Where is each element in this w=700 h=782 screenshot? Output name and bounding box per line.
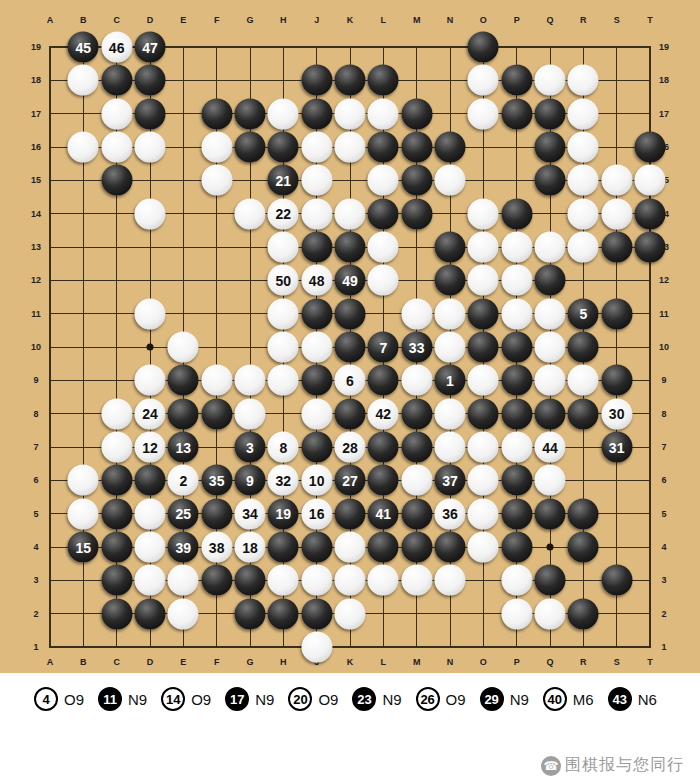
column-label-bottom: F — [214, 657, 220, 667]
column-label-top: G — [246, 15, 253, 25]
move-number-circle: 40 — [543, 687, 567, 711]
column-label-bottom: L — [381, 657, 387, 667]
stone-Q12 — [535, 265, 566, 296]
stone-F3 — [201, 565, 232, 596]
stone-S3 — [601, 565, 632, 596]
column-label-top: O — [480, 15, 487, 25]
grid-line-horizontal — [49, 646, 651, 648]
stone-D18 — [135, 65, 166, 96]
stone-G8 — [235, 398, 266, 429]
stone-R8 — [568, 398, 599, 429]
stone-H6: 32 — [268, 465, 299, 496]
publisher-logo: ☎ 围棋报与您同行 — [541, 755, 684, 776]
stone-S11 — [601, 298, 632, 329]
stone-Q3 — [535, 565, 566, 596]
stone-L6 — [368, 465, 399, 496]
move-number-circle: 43 — [608, 687, 632, 711]
stone-N11 — [435, 298, 466, 329]
stone-P14 — [501, 198, 532, 229]
stone-N4 — [435, 532, 466, 563]
move-number-circle: 29 — [480, 687, 504, 711]
column-label-bottom: E — [180, 657, 186, 667]
row-label-left: 12 — [31, 275, 41, 285]
stone-O6 — [468, 465, 499, 496]
stone-K11 — [335, 298, 366, 329]
move-point-label: N9 — [128, 691, 147, 708]
stone-R17 — [568, 98, 599, 129]
stone-E7: 13 — [168, 432, 199, 463]
stone-P10 — [501, 332, 532, 363]
stone-L3 — [368, 565, 399, 596]
column-label-bottom: D — [147, 657, 154, 667]
row-label-left: 10 — [31, 342, 41, 352]
stone-C8 — [101, 398, 132, 429]
stone-M17 — [401, 98, 432, 129]
stone-L15 — [368, 165, 399, 196]
stone-K9: 6 — [335, 365, 366, 396]
stone-D19: 47 — [135, 32, 166, 63]
column-label-top: L — [381, 15, 387, 25]
move-number-circle: 20 — [288, 687, 312, 711]
stone-H12: 50 — [268, 265, 299, 296]
stone-N10 — [435, 332, 466, 363]
column-label-bottom: C — [113, 657, 120, 667]
stone-D4 — [135, 532, 166, 563]
stone-K14 — [335, 198, 366, 229]
stone-J4 — [301, 532, 332, 563]
stone-O14 — [468, 198, 499, 229]
stone-L8: 42 — [368, 398, 399, 429]
stone-L16 — [368, 132, 399, 163]
column-label-top: E — [180, 15, 186, 25]
stone-J15 — [301, 165, 332, 196]
row-label-left: 4 — [33, 542, 38, 552]
stone-S15 — [601, 165, 632, 196]
stone-M15 — [401, 165, 432, 196]
stone-P6 — [501, 465, 532, 496]
stone-R14 — [568, 198, 599, 229]
stone-J18 — [301, 65, 332, 96]
stone-S14 — [601, 198, 632, 229]
stone-O8 — [468, 398, 499, 429]
stone-H14: 22 — [268, 198, 299, 229]
row-label-right: 9 — [661, 375, 666, 385]
stone-G14 — [235, 198, 266, 229]
stone-G5: 34 — [235, 498, 266, 529]
stone-B6 — [68, 465, 99, 496]
stone-G17 — [235, 98, 266, 129]
stone-H16 — [268, 132, 299, 163]
column-label-top: A — [47, 15, 54, 25]
stone-L14 — [368, 198, 399, 229]
stone-J11 — [301, 298, 332, 329]
stone-S9 — [601, 365, 632, 396]
phone-icon: ☎ — [541, 756, 561, 776]
stone-H4 — [268, 532, 299, 563]
row-label-left: 1 — [33, 642, 38, 652]
row-label-left: 19 — [31, 42, 41, 52]
stone-G7: 3 — [235, 432, 266, 463]
caption-move-entry: 11N9 — [98, 687, 147, 711]
stone-Q8 — [535, 398, 566, 429]
stone-P8 — [501, 398, 532, 429]
stone-J8 — [301, 398, 332, 429]
move-point-label: O9 — [446, 691, 466, 708]
stone-F16 — [201, 132, 232, 163]
stone-K13 — [335, 232, 366, 263]
stone-L17 — [368, 98, 399, 129]
stone-P17 — [501, 98, 532, 129]
move-point-label: N9 — [510, 691, 529, 708]
column-label-bottom: G — [246, 657, 253, 667]
stone-N6: 37 — [435, 465, 466, 496]
move-point-label: N9 — [255, 691, 274, 708]
row-label-right: 17 — [659, 109, 669, 119]
caption-move-entry: 23N9 — [352, 687, 401, 711]
stone-P3 — [501, 565, 532, 596]
star-point — [547, 544, 554, 551]
caption-move-entry: 29N9 — [480, 687, 529, 711]
column-label-top: K — [347, 15, 354, 25]
stone-P18 — [501, 65, 532, 96]
column-label-top: B — [80, 15, 87, 25]
stone-H2 — [268, 598, 299, 629]
star-point — [147, 344, 154, 351]
column-label-top: H — [280, 15, 287, 25]
stone-F17 — [201, 98, 232, 129]
stone-K8 — [335, 398, 366, 429]
stone-N13 — [435, 232, 466, 263]
row-label-left: 8 — [33, 409, 38, 419]
stone-L7 — [368, 432, 399, 463]
stone-M4 — [401, 532, 432, 563]
caption-move-entry: 26O9 — [416, 687, 466, 711]
stone-Q13 — [535, 232, 566, 263]
stone-C4 — [101, 532, 132, 563]
row-label-left: 18 — [31, 75, 41, 85]
stone-P5 — [501, 498, 532, 529]
stone-G9 — [235, 365, 266, 396]
stone-P13 — [501, 232, 532, 263]
row-label-right: 3 — [661, 575, 666, 585]
column-label-bottom: B — [80, 657, 87, 667]
stone-T15 — [635, 165, 666, 196]
column-label-bottom: O — [480, 657, 487, 667]
stone-O7 — [468, 432, 499, 463]
stone-C15 — [101, 165, 132, 196]
stone-P7 — [501, 432, 532, 463]
stone-F6: 35 — [201, 465, 232, 496]
column-label-top: N — [447, 15, 454, 25]
move-number-circle: 17 — [225, 687, 249, 711]
stone-M10: 33 — [401, 332, 432, 363]
stone-O10 — [468, 332, 499, 363]
stone-E8 — [168, 398, 199, 429]
stone-E2 — [168, 598, 199, 629]
stone-J17 — [301, 98, 332, 129]
stone-J12: 48 — [301, 265, 332, 296]
column-label-top: D — [147, 15, 154, 25]
column-label-bottom: H — [280, 657, 287, 667]
stone-D8: 24 — [135, 398, 166, 429]
stone-E5: 25 — [168, 498, 199, 529]
stone-H13 — [268, 232, 299, 263]
stone-H5: 19 — [268, 498, 299, 529]
stone-B18 — [68, 65, 99, 96]
stone-O5 — [468, 498, 499, 529]
row-label-right: 7 — [661, 442, 666, 452]
move-point-label: N9 — [382, 691, 401, 708]
stone-M7 — [401, 432, 432, 463]
stone-J7 — [301, 432, 332, 463]
row-label-left: 11 — [31, 309, 41, 319]
stone-Q17 — [535, 98, 566, 129]
stone-S7: 31 — [601, 432, 632, 463]
stone-P12 — [501, 265, 532, 296]
row-label-left: 9 — [33, 375, 38, 385]
stone-M16 — [401, 132, 432, 163]
stone-C16 — [101, 132, 132, 163]
stone-H11 — [268, 298, 299, 329]
stone-O17 — [468, 98, 499, 129]
stone-L10: 7 — [368, 332, 399, 363]
row-label-right: 5 — [661, 509, 666, 519]
stone-C18 — [101, 65, 132, 96]
stone-S13 — [601, 232, 632, 263]
stone-N3 — [435, 565, 466, 596]
stone-R11: 5 — [568, 298, 599, 329]
stone-E4: 39 — [168, 532, 199, 563]
stone-D17 — [135, 98, 166, 129]
stone-K2 — [335, 598, 366, 629]
stone-C19: 46 — [101, 32, 132, 63]
stone-G16 — [235, 132, 266, 163]
stone-K18 — [335, 65, 366, 96]
row-label-left: 2 — [33, 609, 38, 619]
move-point-label: O9 — [64, 691, 84, 708]
stone-D3 — [135, 565, 166, 596]
caption-move-entry: 43N6 — [608, 687, 657, 711]
stone-D14 — [135, 198, 166, 229]
stone-L12 — [368, 265, 399, 296]
stone-R5 — [568, 498, 599, 529]
stone-L4 — [368, 532, 399, 563]
stone-E6: 2 — [168, 465, 199, 496]
stone-N16 — [435, 132, 466, 163]
move-number-circle: 23 — [352, 687, 376, 711]
stone-T14 — [635, 198, 666, 229]
stone-P9 — [501, 365, 532, 396]
stone-O9 — [468, 365, 499, 396]
column-label-top: T — [647, 15, 653, 25]
caption-move-entry: 4O9 — [34, 687, 84, 711]
column-label-bottom: A — [47, 657, 54, 667]
stone-J2 — [301, 598, 332, 629]
stone-J1 — [301, 632, 332, 663]
column-label-top: P — [514, 15, 520, 25]
row-label-left: 16 — [31, 142, 41, 152]
stone-O12 — [468, 265, 499, 296]
stone-D11 — [135, 298, 166, 329]
stone-S8: 30 — [601, 398, 632, 429]
move-point-label: N6 — [638, 691, 657, 708]
stone-L5: 41 — [368, 498, 399, 529]
stone-M3 — [401, 565, 432, 596]
stone-N9: 1 — [435, 365, 466, 396]
stone-D16 — [135, 132, 166, 163]
stone-J10 — [301, 332, 332, 363]
stone-B16 — [68, 132, 99, 163]
move-number-circle: 14 — [161, 687, 185, 711]
go-diagram-screen: AABBCCDDEEFFGGHHJJKKLLMMNNOOPPQQRRSSTT19… — [0, 0, 700, 782]
ko-moves-caption: 4O911N914O917N920O923N926O929N940M643N6 — [0, 673, 684, 711]
stone-F15 — [201, 165, 232, 196]
stone-R10 — [568, 332, 599, 363]
stone-K12: 49 — [335, 265, 366, 296]
move-number-circle: 4 — [34, 687, 58, 711]
stone-N8 — [435, 398, 466, 429]
move-point-label: M6 — [573, 691, 594, 708]
stone-D9 — [135, 365, 166, 396]
stone-O18 — [468, 65, 499, 96]
stone-F8 — [201, 398, 232, 429]
row-label-left: 15 — [31, 175, 41, 185]
stone-T16 — [635, 132, 666, 163]
column-label-top: F — [214, 15, 220, 25]
stone-F4: 38 — [201, 532, 232, 563]
stone-P4 — [501, 532, 532, 563]
stone-J13 — [301, 232, 332, 263]
row-label-left: 14 — [31, 209, 41, 219]
row-label-right: 1 — [661, 642, 666, 652]
stone-M9 — [401, 365, 432, 396]
move-number-circle: 26 — [416, 687, 440, 711]
stone-J5: 16 — [301, 498, 332, 529]
stone-H17 — [268, 98, 299, 129]
stone-K6: 27 — [335, 465, 366, 496]
stone-D6 — [135, 465, 166, 496]
stone-B5 — [68, 498, 99, 529]
row-label-left: 5 — [33, 509, 38, 519]
caption-move-entry: 17N9 — [225, 687, 274, 711]
stone-R4 — [568, 532, 599, 563]
stone-K10 — [335, 332, 366, 363]
row-label-left: 7 — [33, 442, 38, 452]
column-label-bottom: P — [514, 657, 520, 667]
stone-H15: 21 — [268, 165, 299, 196]
stone-Q11 — [535, 298, 566, 329]
column-label-bottom: N — [447, 657, 454, 667]
column-label-bottom: Q — [546, 657, 553, 667]
column-label-bottom: R — [580, 657, 587, 667]
stone-M6 — [401, 465, 432, 496]
column-label-bottom: K — [347, 657, 354, 667]
caption-move-entry: 40M6 — [543, 687, 594, 711]
stone-G6: 9 — [235, 465, 266, 496]
stone-J6: 10 — [301, 465, 332, 496]
stone-J16 — [301, 132, 332, 163]
row-label-right: 19 — [659, 42, 669, 52]
stone-E9 — [168, 365, 199, 396]
row-label-left: 13 — [31, 242, 41, 252]
move-point-label: O9 — [318, 691, 338, 708]
row-label-right: 4 — [661, 542, 666, 552]
stone-C3 — [101, 565, 132, 596]
column-label-top: M — [413, 15, 421, 25]
stone-C17 — [101, 98, 132, 129]
stone-Q18 — [535, 65, 566, 96]
stone-H9 — [268, 365, 299, 396]
caption-move-entry: 14O9 — [161, 687, 211, 711]
stone-R15 — [568, 165, 599, 196]
row-label-right: 10 — [659, 342, 669, 352]
stone-C2 — [101, 598, 132, 629]
stone-G2 — [235, 598, 266, 629]
stone-J14 — [301, 198, 332, 229]
column-label-top: R — [580, 15, 587, 25]
stone-H10 — [268, 332, 299, 363]
row-label-right: 2 — [661, 609, 666, 619]
logo-text: 围棋报与您同行 — [565, 755, 684, 776]
stone-P11 — [501, 298, 532, 329]
stone-K16 — [335, 132, 366, 163]
stone-Q7: 44 — [535, 432, 566, 463]
stone-C7 — [101, 432, 132, 463]
stone-M14 — [401, 198, 432, 229]
stone-R2 — [568, 598, 599, 629]
stone-O19 — [468, 32, 499, 63]
row-label-right: 8 — [661, 409, 666, 419]
stone-J3 — [301, 565, 332, 596]
stone-F5 — [201, 498, 232, 529]
stone-B4: 15 — [68, 532, 99, 563]
stone-T13 — [635, 232, 666, 263]
row-label-right: 18 — [659, 75, 669, 85]
stone-K5 — [335, 498, 366, 529]
stone-Q10 — [535, 332, 566, 363]
stone-O4 — [468, 532, 499, 563]
stone-M8 — [401, 398, 432, 429]
column-label-top: S — [614, 15, 620, 25]
column-label-bottom: M — [413, 657, 421, 667]
column-label-bottom: S — [614, 657, 620, 667]
row-label-left: 3 — [33, 575, 38, 585]
stone-H7: 8 — [268, 432, 299, 463]
column-label-top: C — [113, 15, 120, 25]
column-label-bottom: T — [647, 657, 653, 667]
stone-Q6 — [535, 465, 566, 496]
column-label-top: Q — [546, 15, 553, 25]
stone-C6 — [101, 465, 132, 496]
stone-K4 — [335, 532, 366, 563]
caption-move-entry: 20O9 — [288, 687, 338, 711]
stone-N5: 36 — [435, 498, 466, 529]
stone-R13 — [568, 232, 599, 263]
stone-G4: 18 — [235, 532, 266, 563]
stone-D7: 12 — [135, 432, 166, 463]
move-number-circle: 11 — [98, 687, 122, 711]
stone-O11 — [468, 298, 499, 329]
stone-N15 — [435, 165, 466, 196]
stone-L9 — [368, 365, 399, 396]
stone-O13 — [468, 232, 499, 263]
stone-Q5 — [535, 498, 566, 529]
stone-B19: 45 — [68, 32, 99, 63]
stone-N12 — [435, 265, 466, 296]
stone-H3 — [268, 565, 299, 596]
stone-E10 — [168, 332, 199, 363]
stone-R18 — [568, 65, 599, 96]
